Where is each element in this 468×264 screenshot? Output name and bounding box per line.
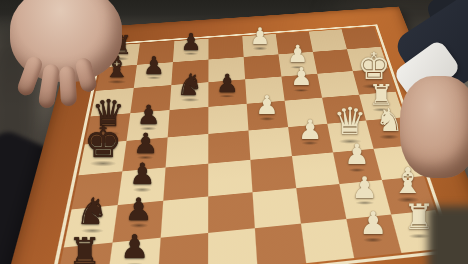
square-e6[interactable] [166,134,209,168]
square-f4[interactable] [250,156,296,192]
piece-shadow [108,80,127,84]
piece-white-pawn-f2[interactable]: ♟ [344,141,369,169]
piece-shadow [146,76,161,79]
square-g3[interactable] [296,184,346,224]
square-f3[interactable] [292,152,339,188]
piece-white-pawn-c3[interactable]: ♟ [290,65,312,90]
piece-white-pawn-a4[interactable]: ♟ [250,25,271,48]
square-e5[interactable] [208,130,250,163]
square-g4[interactable] [253,188,301,228]
left-hand-finger [59,66,77,107]
piece-black-king-e8[interactable]: ♚ [84,120,122,163]
square-f5[interactable] [208,160,252,197]
piece-black-pawn-h7[interactable]: ♟ [120,232,149,264]
piece-shadow [184,52,199,55]
piece-shadow [302,141,319,145]
piece-white-queen-e2[interactable]: ♛ [333,103,366,140]
piece-black-pawn-a6[interactable]: ♟ [181,30,202,53]
square-f6[interactable] [163,164,208,201]
piece-black-rook-h8[interactable]: ♜ [68,233,101,264]
square-e4[interactable] [248,127,292,160]
piece-shadow [294,89,310,92]
piece-shadow [90,161,117,167]
square-h4[interactable] [255,224,306,264]
piece-black-pawn-g7[interactable]: ♟ [125,194,153,225]
piece-shadow [363,238,383,242]
square-b4[interactable] [244,54,282,79]
square-g5[interactable] [208,192,255,233]
square-h3[interactable] [301,219,354,263]
square-d6[interactable] [168,107,209,138]
piece-black-knight-g8[interactable]: ♞ [75,193,108,230]
piece-black-pawn-e7[interactable]: ♟ [133,129,158,157]
piece-shadow [379,135,399,139]
piece-black-pawn-b7[interactable]: ♟ [143,53,165,77]
piece-shadow [129,223,148,227]
piece-shadow [219,95,235,99]
square-a5[interactable] [208,36,243,59]
square-h5[interactable] [208,228,257,264]
chess-scene: ♟♟♜♟♟♝♚♟♟♞♜♟♟♛♞♛♟♟♚♟♟♝♟♟♞♜♟♟♜ [0,0,468,264]
square-g6[interactable] [161,196,209,237]
piece-shadow [259,117,275,121]
square-b2[interactable] [313,49,353,73]
piece-black-pawn-f7[interactable]: ♟ [129,160,155,189]
piece-white-pawn-g2[interactable]: ♟ [351,173,378,203]
piece-black-pawn-c5[interactable]: ♟ [216,71,239,96]
piece-black-knight-c6[interactable]: ♞ [176,70,203,100]
piece-shadow [408,233,430,238]
piece-black-pawn-d7[interactable]: ♟ [137,102,161,128]
square-a2[interactable] [309,29,347,52]
piece-white-pawn-e3[interactable]: ♟ [298,116,322,143]
square-h6[interactable] [158,233,208,264]
right-dark-clothing [428,206,468,264]
piece-white-pawn-d4[interactable]: ♟ [255,92,278,118]
piece-white-pawn-h2[interactable]: ♟ [359,208,387,240]
piece-shadow [180,98,199,102]
square-d5[interactable] [208,104,248,134]
piece-shadow [253,47,267,50]
square-c2[interactable] [317,71,359,98]
